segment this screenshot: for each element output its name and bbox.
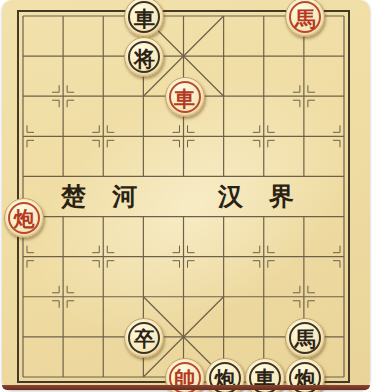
piece-red-horse[interactable]: 馬 — [285, 0, 325, 37]
piece-glyph: 車 — [134, 8, 155, 29]
piece-red-cannon[interactable]: 炮 — [4, 198, 44, 238]
piece-glyph: 車 — [174, 88, 195, 109]
piece-glyph: 馬 — [294, 328, 315, 349]
piece-glyph: 将 — [134, 48, 155, 69]
board-bottom-edge — [2, 385, 370, 390]
piece-layer: 車馬将車炮卒馬帥炮車炮 — [2, 0, 370, 390]
piece-black-chariot[interactable]: 車 — [124, 0, 164, 37]
xiangqi-board[interactable]: 楚 河 汉 界 車馬将車炮卒馬帥炮車炮 — [2, 0, 370, 390]
piece-black-soldier[interactable]: 卒 — [124, 318, 164, 358]
piece-glyph: 卒 — [134, 328, 155, 349]
piece-red-chariot[interactable]: 車 — [165, 77, 205, 117]
screenshot-stage: 楚 河 汉 界 車馬将車炮卒馬帥炮車炮 — [0, 0, 372, 392]
piece-black-general[interactable]: 将 — [124, 37, 164, 77]
piece-glyph: 馬 — [294, 8, 315, 29]
piece-black-horse[interactable]: 馬 — [285, 318, 325, 358]
piece-glyph: 炮 — [14, 208, 35, 229]
